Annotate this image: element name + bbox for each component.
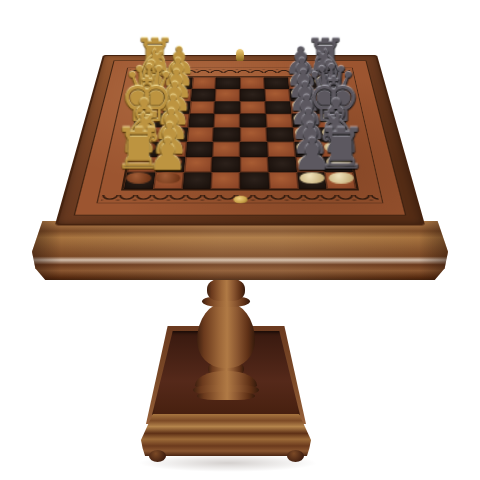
square-4-3[interactable]	[213, 127, 240, 141]
square-7-3[interactable]	[211, 172, 240, 189]
brass-latch-knob-icon[interactable]	[236, 49, 244, 61]
piece-glyph: ♜	[315, 122, 366, 174]
table-base-molding	[141, 414, 311, 456]
square-2-3[interactable]	[214, 101, 240, 114]
bun-foot-right	[287, 450, 304, 462]
pedestal-neck	[207, 279, 245, 301]
chess-board[interactable]: ♜♟♟♜♞♟♟♞♝♟♟♝♛♟♟♛♚♟♟♚♝♟♟♝♞♟♟♞♜♟♟♜	[124, 77, 356, 189]
bun-foot-left	[149, 450, 166, 462]
square-4-4[interactable]	[240, 127, 267, 141]
square-3-4[interactable]	[240, 114, 266, 127]
chess-piece-bR[interactable]: ♜	[313, 103, 369, 184]
pedestal-vase	[197, 302, 255, 368]
piece-wood-base	[328, 172, 353, 183]
square-7-4[interactable]	[240, 172, 269, 189]
square-6-3[interactable]	[212, 157, 240, 173]
table-apron	[32, 221, 448, 280]
chess-table-photo: ♜♟♟♜♞♟♟♞♝♟♟♝♛♟♟♛♚♟♟♚♝♟♟♝♞♟♟♞♜♟♟♜	[0, 0, 480, 480]
tabletop-wood-frame: ♜♟♟♜♞♟♟♞♝♟♟♝♛♟♟♛♚♟♟♚♝♟♟♝♞♟♟♞♜♟♟♜	[55, 55, 425, 225]
square-1-4[interactable]	[240, 89, 265, 101]
square-5-3[interactable]	[212, 142, 240, 157]
chess-piece-wP[interactable]: ♟	[140, 120, 196, 183]
square-2-4[interactable]	[240, 101, 266, 114]
square-5-4[interactable]	[240, 142, 268, 157]
square-3-3[interactable]	[214, 114, 240, 127]
tabletop: ♜♟♟♜♞♟♟♞♝♟♟♝♛♟♟♛♚♟♟♚♝♟♟♝♞♟♟♞♜♟♟♜	[55, 55, 425, 225]
square-1-3[interactable]	[215, 89, 240, 101]
square-7-7[interactable]: ♜	[325, 172, 356, 189]
piece-glyph: ♟	[148, 134, 188, 175]
leather-border: ♜♟♟♜♞♟♟♞♝♟♟♝♛♟♟♛♚♟♟♚♝♟♟♝♞♟♟♞♜♟♟♜	[74, 61, 407, 216]
square-6-4[interactable]	[240, 157, 268, 173]
square-7-1[interactable]: ♟	[153, 172, 184, 189]
pedestal-foot-base	[197, 392, 255, 400]
